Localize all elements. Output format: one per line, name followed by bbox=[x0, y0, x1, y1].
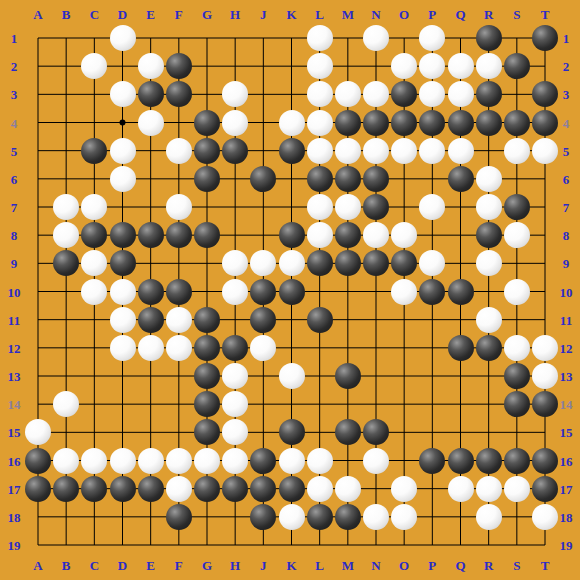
col-label-bottom-a: A bbox=[33, 559, 42, 572]
col-label-bottom-s: S bbox=[513, 559, 520, 572]
white-stone-e12[interactable] bbox=[138, 335, 164, 361]
white-stone-o5[interactable] bbox=[391, 138, 417, 164]
white-stone-o2[interactable] bbox=[391, 53, 417, 79]
row-label-right-10: 10 bbox=[560, 285, 573, 298]
col-label-top-s: S bbox=[513, 8, 520, 21]
white-stone-l4[interactable] bbox=[307, 110, 333, 136]
col-label-bottom-c: C bbox=[90, 559, 99, 572]
white-stone-l2[interactable] bbox=[307, 53, 333, 79]
col-label-top-o: O bbox=[399, 8, 409, 21]
black-stone-b9[interactable] bbox=[53, 250, 79, 276]
white-stone-s10[interactable] bbox=[504, 279, 530, 305]
row-label-left-9: 9 bbox=[11, 257, 18, 270]
white-stone-g16[interactable] bbox=[194, 448, 220, 474]
black-stone-h5[interactable] bbox=[222, 138, 248, 164]
row-label-right-13: 13 bbox=[560, 370, 573, 383]
row-label-right-9: 9 bbox=[563, 257, 570, 270]
black-stone-r4[interactable] bbox=[476, 110, 502, 136]
white-stone-e2[interactable] bbox=[138, 53, 164, 79]
row-label-left-10: 10 bbox=[8, 285, 21, 298]
black-stone-c17[interactable] bbox=[81, 476, 107, 502]
white-stone-n18[interactable] bbox=[363, 504, 389, 530]
row-label-left-11: 11 bbox=[8, 313, 20, 326]
white-stone-p9[interactable] bbox=[419, 250, 445, 276]
col-label-bottom-e: E bbox=[146, 559, 155, 572]
white-stone-l3[interactable] bbox=[307, 81, 333, 107]
col-label-bottom-t: T bbox=[541, 559, 550, 572]
white-stone-r18[interactable] bbox=[476, 504, 502, 530]
black-stone-o4[interactable] bbox=[391, 110, 417, 136]
row-label-right-12: 12 bbox=[560, 341, 573, 354]
black-stone-n9[interactable] bbox=[363, 250, 389, 276]
col-label-bottom-m: M bbox=[342, 559, 354, 572]
white-stone-l7[interactable] bbox=[307, 194, 333, 220]
col-label-bottom-l: L bbox=[315, 559, 324, 572]
black-stone-l11[interactable] bbox=[307, 307, 333, 333]
white-stone-m17[interactable] bbox=[335, 476, 361, 502]
black-stone-g11[interactable] bbox=[194, 307, 220, 333]
black-stone-e11[interactable] bbox=[138, 307, 164, 333]
white-stone-c16[interactable] bbox=[81, 448, 107, 474]
col-label-top-j: J bbox=[260, 8, 267, 21]
white-stone-d10[interactable] bbox=[110, 279, 136, 305]
black-stone-r1[interactable] bbox=[476, 25, 502, 51]
black-stone-k8[interactable] bbox=[279, 222, 305, 248]
white-stone-n3[interactable] bbox=[363, 81, 389, 107]
row-label-left-5: 5 bbox=[11, 144, 18, 157]
white-stone-d3[interactable] bbox=[110, 81, 136, 107]
white-stone-p1[interactable] bbox=[419, 25, 445, 51]
black-stone-q4[interactable] bbox=[448, 110, 474, 136]
row-label-right-1: 1 bbox=[563, 32, 570, 45]
col-label-top-q: Q bbox=[455, 8, 465, 21]
black-stone-s13[interactable] bbox=[504, 363, 530, 389]
row-label-right-5: 5 bbox=[563, 144, 570, 157]
white-stone-o17[interactable] bbox=[391, 476, 417, 502]
black-stone-p4[interactable] bbox=[419, 110, 445, 136]
white-stone-h14[interactable] bbox=[222, 391, 248, 417]
black-stone-r12[interactable] bbox=[476, 335, 502, 361]
black-stone-f3[interactable] bbox=[166, 81, 192, 107]
black-stone-f8[interactable] bbox=[166, 222, 192, 248]
row-label-left-7: 7 bbox=[11, 201, 18, 214]
white-stone-t18[interactable] bbox=[532, 504, 558, 530]
black-stone-g17[interactable] bbox=[194, 476, 220, 502]
white-stone-a15[interactable] bbox=[25, 419, 51, 445]
row-label-left-19: 19 bbox=[8, 539, 21, 552]
black-stone-j11[interactable] bbox=[250, 307, 276, 333]
black-stone-t14[interactable] bbox=[532, 391, 558, 417]
black-stone-f2[interactable] bbox=[166, 53, 192, 79]
white-stone-d12[interactable] bbox=[110, 335, 136, 361]
black-stone-h17[interactable] bbox=[222, 476, 248, 502]
white-stone-h10[interactable] bbox=[222, 279, 248, 305]
black-stone-m13[interactable] bbox=[335, 363, 361, 389]
black-stone-s16[interactable] bbox=[504, 448, 530, 474]
white-stone-f11[interactable] bbox=[166, 307, 192, 333]
white-stone-l1[interactable] bbox=[307, 25, 333, 51]
row-label-right-16: 16 bbox=[560, 454, 573, 467]
white-stone-j12[interactable] bbox=[250, 335, 276, 361]
black-stone-g15[interactable] bbox=[194, 419, 220, 445]
row-label-right-14: 14 bbox=[560, 398, 573, 411]
black-stone-n15[interactable] bbox=[363, 419, 389, 445]
col-label-top-t: T bbox=[541, 8, 550, 21]
white-stone-o10[interactable] bbox=[391, 279, 417, 305]
col-label-top-b: B bbox=[62, 8, 71, 21]
white-stone-s8[interactable] bbox=[504, 222, 530, 248]
black-stone-k17[interactable] bbox=[279, 476, 305, 502]
white-stone-t13[interactable] bbox=[532, 363, 558, 389]
black-stone-m6[interactable] bbox=[335, 166, 361, 192]
col-label-bottom-k: K bbox=[286, 559, 296, 572]
black-stone-o9[interactable] bbox=[391, 250, 417, 276]
black-stone-b17[interactable] bbox=[53, 476, 79, 502]
row-label-left-2: 2 bbox=[11, 60, 18, 73]
row-label-left-13: 13 bbox=[8, 370, 21, 383]
col-label-bottom-p: P bbox=[428, 559, 436, 572]
white-stone-k13[interactable] bbox=[279, 363, 305, 389]
black-stone-h12[interactable] bbox=[222, 335, 248, 361]
row-label-left-3: 3 bbox=[11, 88, 18, 101]
col-label-bottom-o: O bbox=[399, 559, 409, 572]
row-label-left-12: 12 bbox=[8, 341, 21, 354]
white-stone-m3[interactable] bbox=[335, 81, 361, 107]
black-stone-r3[interactable] bbox=[476, 81, 502, 107]
col-label-top-g: G bbox=[202, 8, 212, 21]
white-stone-b16[interactable] bbox=[53, 448, 79, 474]
black-stone-g5[interactable] bbox=[194, 138, 220, 164]
row-label-right-4: 4 bbox=[563, 116, 570, 129]
white-stone-k18[interactable] bbox=[279, 504, 305, 530]
black-stone-c5[interactable] bbox=[81, 138, 107, 164]
black-stone-l6[interactable] bbox=[307, 166, 333, 192]
white-stone-r7[interactable] bbox=[476, 194, 502, 220]
black-stone-d8[interactable] bbox=[110, 222, 136, 248]
white-stone-h4[interactable] bbox=[222, 110, 248, 136]
row-label-right-8: 8 bbox=[563, 229, 570, 242]
black-stone-j10[interactable] bbox=[250, 279, 276, 305]
black-stone-q6[interactable] bbox=[448, 166, 474, 192]
black-stone-j18[interactable] bbox=[250, 504, 276, 530]
col-label-bottom-h: H bbox=[230, 559, 240, 572]
col-label-bottom-b: B bbox=[62, 559, 71, 572]
black-stone-t4[interactable] bbox=[532, 110, 558, 136]
white-stone-s17[interactable] bbox=[504, 476, 530, 502]
black-stone-q10[interactable] bbox=[448, 279, 474, 305]
white-stone-r9[interactable] bbox=[476, 250, 502, 276]
col-label-top-e: E bbox=[146, 8, 155, 21]
white-stone-b14[interactable] bbox=[53, 391, 79, 417]
white-stone-q17[interactable] bbox=[448, 476, 474, 502]
white-stone-n16[interactable] bbox=[363, 448, 389, 474]
col-label-bottom-n: N bbox=[371, 559, 380, 572]
row-label-left-4: 4 bbox=[11, 116, 18, 129]
col-label-top-h: H bbox=[230, 8, 240, 21]
black-stone-g8[interactable] bbox=[194, 222, 220, 248]
row-label-right-3: 3 bbox=[563, 88, 570, 101]
black-stone-t16[interactable] bbox=[532, 448, 558, 474]
black-stone-c8[interactable] bbox=[81, 222, 107, 248]
black-stone-m15[interactable] bbox=[335, 419, 361, 445]
black-stone-a16[interactable] bbox=[25, 448, 51, 474]
black-stone-p16[interactable] bbox=[419, 448, 445, 474]
white-stone-k16[interactable] bbox=[279, 448, 305, 474]
black-stone-d9[interactable] bbox=[110, 250, 136, 276]
white-stone-f5[interactable] bbox=[166, 138, 192, 164]
white-stone-h15[interactable] bbox=[222, 419, 248, 445]
col-label-bottom-q: Q bbox=[455, 559, 465, 572]
black-stone-e3[interactable] bbox=[138, 81, 164, 107]
white-stone-n8[interactable] bbox=[363, 222, 389, 248]
white-stone-r6[interactable] bbox=[476, 166, 502, 192]
white-stone-c10[interactable] bbox=[81, 279, 107, 305]
black-stone-m8[interactable] bbox=[335, 222, 361, 248]
white-stone-d5[interactable] bbox=[110, 138, 136, 164]
black-stone-k5[interactable] bbox=[279, 138, 305, 164]
white-stone-o8[interactable] bbox=[391, 222, 417, 248]
white-stone-f17[interactable] bbox=[166, 476, 192, 502]
white-stone-c7[interactable] bbox=[81, 194, 107, 220]
black-stone-a17[interactable] bbox=[25, 476, 51, 502]
black-stone-g14[interactable] bbox=[194, 391, 220, 417]
white-stone-t12[interactable] bbox=[532, 335, 558, 361]
black-stone-g12[interactable] bbox=[194, 335, 220, 361]
white-stone-n1[interactable] bbox=[363, 25, 389, 51]
white-stone-j9[interactable] bbox=[250, 250, 276, 276]
white-stone-h13[interactable] bbox=[222, 363, 248, 389]
row-label-left-16: 16 bbox=[8, 454, 21, 467]
black-stone-j6[interactable] bbox=[250, 166, 276, 192]
white-stone-p7[interactable] bbox=[419, 194, 445, 220]
white-stone-k9[interactable] bbox=[279, 250, 305, 276]
col-label-bottom-f: F bbox=[175, 559, 183, 572]
row-label-right-11: 11 bbox=[560, 313, 572, 326]
hoshi-point-d4 bbox=[120, 120, 126, 126]
row-label-right-18: 18 bbox=[560, 510, 573, 523]
black-stone-n4[interactable] bbox=[363, 110, 389, 136]
white-stone-p3[interactable] bbox=[419, 81, 445, 107]
black-stone-t1[interactable] bbox=[532, 25, 558, 51]
black-stone-t3[interactable] bbox=[532, 81, 558, 107]
white-stone-m7[interactable] bbox=[335, 194, 361, 220]
row-label-right-6: 6 bbox=[563, 172, 570, 185]
go-board[interactable]: AABBCCDDEEFFGGHHJJKKLLMMNNOOPPQQRRSSTT11… bbox=[0, 0, 580, 580]
white-stone-d16[interactable] bbox=[110, 448, 136, 474]
col-label-top-k: K bbox=[286, 8, 296, 21]
white-stone-h9[interactable] bbox=[222, 250, 248, 276]
black-stone-s2[interactable] bbox=[504, 53, 530, 79]
white-stone-f16[interactable] bbox=[166, 448, 192, 474]
black-stone-f18[interactable] bbox=[166, 504, 192, 530]
col-label-bottom-j: J bbox=[260, 559, 267, 572]
black-stone-m4[interactable] bbox=[335, 110, 361, 136]
col-label-top-d: D bbox=[118, 8, 127, 21]
row-label-left-6: 6 bbox=[11, 172, 18, 185]
row-label-left-1: 1 bbox=[11, 32, 18, 45]
col-label-bottom-g: G bbox=[202, 559, 212, 572]
white-stone-d1[interactable] bbox=[110, 25, 136, 51]
black-stone-e8[interactable] bbox=[138, 222, 164, 248]
white-stone-f7[interactable] bbox=[166, 194, 192, 220]
white-stone-l17[interactable] bbox=[307, 476, 333, 502]
white-stone-e4[interactable] bbox=[138, 110, 164, 136]
white-stone-c9[interactable] bbox=[81, 250, 107, 276]
black-stone-e10[interactable] bbox=[138, 279, 164, 305]
row-label-left-8: 8 bbox=[11, 229, 18, 242]
white-stone-k4[interactable] bbox=[279, 110, 305, 136]
row-label-right-2: 2 bbox=[563, 60, 570, 73]
white-stone-s5[interactable] bbox=[504, 138, 530, 164]
white-stone-r2[interactable] bbox=[476, 53, 502, 79]
black-stone-g13[interactable] bbox=[194, 363, 220, 389]
white-stone-q3[interactable] bbox=[448, 81, 474, 107]
white-stone-s12[interactable] bbox=[504, 335, 530, 361]
col-label-bottom-d: D bbox=[118, 559, 127, 572]
white-stone-l16[interactable] bbox=[307, 448, 333, 474]
col-label-top-r: R bbox=[484, 8, 493, 21]
col-label-top-f: F bbox=[175, 8, 183, 21]
white-stone-r11[interactable] bbox=[476, 307, 502, 333]
col-label-top-a: A bbox=[33, 8, 42, 21]
black-stone-m18[interactable] bbox=[335, 504, 361, 530]
black-stone-q16[interactable] bbox=[448, 448, 474, 474]
black-stone-r16[interactable] bbox=[476, 448, 502, 474]
white-stone-q5[interactable] bbox=[448, 138, 474, 164]
white-stone-l8[interactable] bbox=[307, 222, 333, 248]
black-stone-s14[interactable] bbox=[504, 391, 530, 417]
white-stone-b8[interactable] bbox=[53, 222, 79, 248]
black-stone-n6[interactable] bbox=[363, 166, 389, 192]
black-stone-f10[interactable] bbox=[166, 279, 192, 305]
black-stone-t17[interactable] bbox=[532, 476, 558, 502]
row-label-left-15: 15 bbox=[8, 426, 21, 439]
white-stone-l5[interactable] bbox=[307, 138, 333, 164]
col-label-top-m: M bbox=[342, 8, 354, 21]
white-stone-r17[interactable] bbox=[476, 476, 502, 502]
white-stone-q2[interactable] bbox=[448, 53, 474, 79]
white-stone-p5[interactable] bbox=[419, 138, 445, 164]
col-label-top-c: C bbox=[90, 8, 99, 21]
black-stone-k15[interactable] bbox=[279, 419, 305, 445]
black-stone-m9[interactable] bbox=[335, 250, 361, 276]
row-label-right-17: 17 bbox=[560, 482, 573, 495]
black-stone-p10[interactable] bbox=[419, 279, 445, 305]
black-stone-j16[interactable] bbox=[250, 448, 276, 474]
white-stone-e16[interactable] bbox=[138, 448, 164, 474]
black-stone-s4[interactable] bbox=[504, 110, 530, 136]
white-stone-p2[interactable] bbox=[419, 53, 445, 79]
white-stone-f12[interactable] bbox=[166, 335, 192, 361]
white-stone-c2[interactable] bbox=[81, 53, 107, 79]
black-stone-l9[interactable] bbox=[307, 250, 333, 276]
black-stone-l18[interactable] bbox=[307, 504, 333, 530]
white-stone-o18[interactable] bbox=[391, 504, 417, 530]
black-stone-e17[interactable] bbox=[138, 476, 164, 502]
black-stone-d17[interactable] bbox=[110, 476, 136, 502]
black-stone-r8[interactable] bbox=[476, 222, 502, 248]
col-label-top-p: P bbox=[428, 8, 436, 21]
white-stone-b7[interactable] bbox=[53, 194, 79, 220]
row-label-right-7: 7 bbox=[563, 201, 570, 214]
col-label-bottom-r: R bbox=[484, 559, 493, 572]
white-stone-t5[interactable] bbox=[532, 138, 558, 164]
row-label-right-15: 15 bbox=[560, 426, 573, 439]
col-label-top-l: L bbox=[315, 8, 324, 21]
black-stone-n7[interactable] bbox=[363, 194, 389, 220]
black-stone-s7[interactable] bbox=[504, 194, 530, 220]
white-stone-n5[interactable] bbox=[363, 138, 389, 164]
black-stone-o3[interactable] bbox=[391, 81, 417, 107]
white-stone-h3[interactable] bbox=[222, 81, 248, 107]
black-stone-k10[interactable] bbox=[279, 279, 305, 305]
white-stone-d6[interactable] bbox=[110, 166, 136, 192]
row-label-right-19: 19 bbox=[560, 539, 573, 552]
black-stone-g4[interactable] bbox=[194, 110, 220, 136]
white-stone-d11[interactable] bbox=[110, 307, 136, 333]
col-label-top-n: N bbox=[371, 8, 380, 21]
black-stone-g6[interactable] bbox=[194, 166, 220, 192]
white-stone-m5[interactable] bbox=[335, 138, 361, 164]
black-stone-j17[interactable] bbox=[250, 476, 276, 502]
row-label-left-14: 14 bbox=[8, 398, 21, 411]
row-label-left-18: 18 bbox=[8, 510, 21, 523]
row-label-left-17: 17 bbox=[8, 482, 21, 495]
white-stone-h16[interactable] bbox=[222, 448, 248, 474]
black-stone-q12[interactable] bbox=[448, 335, 474, 361]
